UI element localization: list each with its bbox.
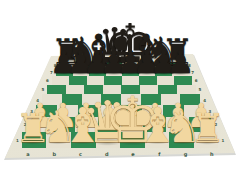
- rank-label-left-6: 6: [46, 78, 49, 83]
- piece-white-rook-h1[interactable]: ♜: [190, 109, 226, 149]
- square-a5[interactable]: [47, 85, 66, 95]
- piece-black-pawn-h7[interactable]: ♟: [166, 47, 194, 79]
- file-label-a: a: [26, 151, 29, 157]
- square-g5[interactable]: [158, 85, 177, 95]
- rank-label-right-5: 5: [199, 87, 202, 92]
- square-h5[interactable]: [177, 85, 196, 95]
- file-label-h: h: [210, 151, 214, 157]
- rank-label-left-5: 5: [41, 87, 44, 92]
- rank-label-right-6: 6: [195, 78, 198, 83]
- chess-scene: abcdefgh1122334455667788 ♜♞♝♛♚♝♞♜♟♟♟♟♟♟♟…: [0, 0, 241, 176]
